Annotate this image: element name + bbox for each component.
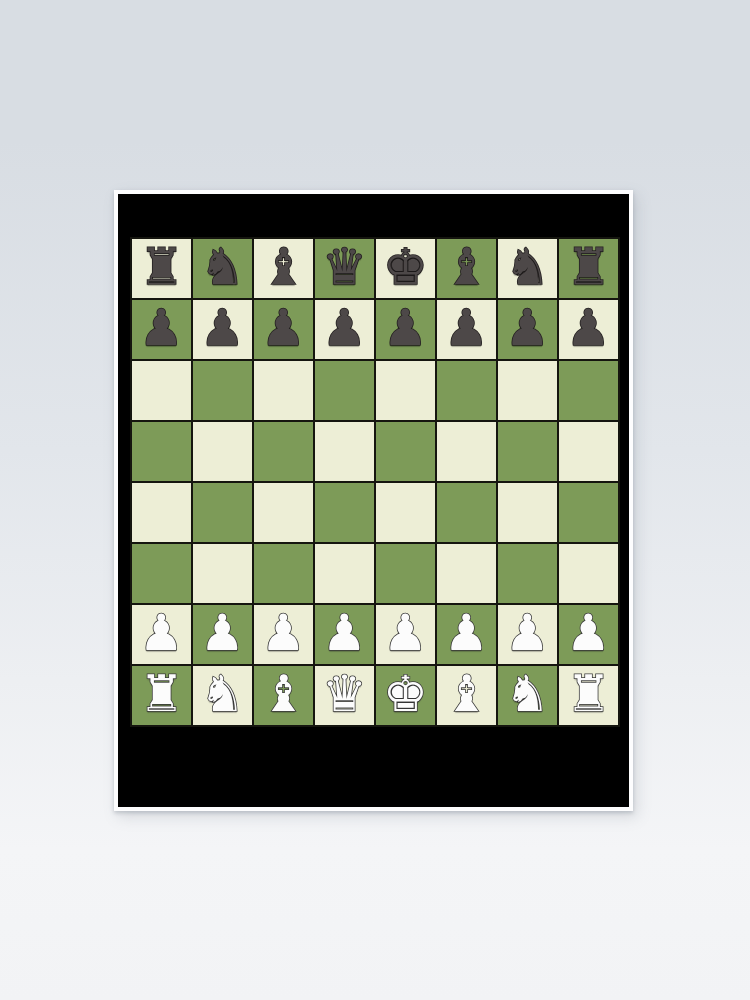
piece-white-king: ♚ [383,669,428,719]
square-h4 [559,483,618,542]
piece-white-queen: ♛ [322,669,367,719]
chess-board: ♜♞♝♛♚♝♞♜♟♟♟♟♟♟♟♟♟♟♟♟♟♟♟♟♜♞♝♛♚♝♞♜ [130,237,620,727]
piece-black-bishop: ♝ [444,242,489,292]
square-b5 [193,422,252,481]
piece-black-pawn: ♟ [261,303,306,353]
square-f5 [437,422,496,481]
square-a2: ♟ [132,605,191,664]
square-d2: ♟ [315,605,374,664]
square-g1: ♞ [498,666,557,725]
piece-white-pawn: ♟ [566,608,611,658]
square-h3 [559,544,618,603]
square-g3 [498,544,557,603]
square-h5 [559,422,618,481]
square-c2: ♟ [254,605,313,664]
square-e2: ♟ [376,605,435,664]
square-e5 [376,422,435,481]
square-d3 [315,544,374,603]
square-e3 [376,544,435,603]
square-d1: ♛ [315,666,374,725]
piece-black-pawn: ♟ [566,303,611,353]
piece-white-pawn: ♟ [322,608,367,658]
square-g6 [498,361,557,420]
square-b1: ♞ [193,666,252,725]
piece-black-knight: ♞ [505,242,550,292]
square-f7: ♟ [437,300,496,359]
piece-black-rook: ♜ [139,242,184,292]
square-c5 [254,422,313,481]
piece-black-pawn: ♟ [200,303,245,353]
piece-black-pawn: ♟ [505,303,550,353]
square-f3 [437,544,496,603]
square-g8: ♞ [498,239,557,298]
square-h1: ♜ [559,666,618,725]
piece-black-pawn: ♟ [383,303,428,353]
square-c8: ♝ [254,239,313,298]
square-c4 [254,483,313,542]
chess-poster: ♜♞♝♛♚♝♞♜♟♟♟♟♟♟♟♟♟♟♟♟♟♟♟♟♜♞♝♛♚♝♞♜ [114,190,633,811]
square-e1: ♚ [376,666,435,725]
square-b7: ♟ [193,300,252,359]
square-a7: ♟ [132,300,191,359]
square-a3 [132,544,191,603]
square-b3 [193,544,252,603]
piece-white-rook: ♜ [566,669,611,719]
square-b2: ♟ [193,605,252,664]
square-c3 [254,544,313,603]
piece-white-knight: ♞ [505,669,550,719]
square-g4 [498,483,557,542]
square-f1: ♝ [437,666,496,725]
square-f2: ♟ [437,605,496,664]
square-g7: ♟ [498,300,557,359]
piece-white-bishop: ♝ [444,669,489,719]
wall-background: ♜♞♝♛♚♝♞♜♟♟♟♟♟♟♟♟♟♟♟♟♟♟♟♟♜♞♝♛♚♝♞♜ [0,0,750,1000]
square-f8: ♝ [437,239,496,298]
piece-white-pawn: ♟ [444,608,489,658]
square-h7: ♟ [559,300,618,359]
piece-white-pawn: ♟ [139,608,184,658]
square-e8: ♚ [376,239,435,298]
square-f4 [437,483,496,542]
square-a5 [132,422,191,481]
square-f6 [437,361,496,420]
piece-white-rook: ♜ [139,669,184,719]
piece-black-knight: ♞ [200,242,245,292]
piece-white-pawn: ♟ [383,608,428,658]
square-g5 [498,422,557,481]
square-h6 [559,361,618,420]
square-b4 [193,483,252,542]
square-h8: ♜ [559,239,618,298]
square-e6 [376,361,435,420]
square-c7: ♟ [254,300,313,359]
piece-black-pawn: ♟ [139,303,184,353]
piece-white-pawn: ♟ [200,608,245,658]
square-a6 [132,361,191,420]
square-b6 [193,361,252,420]
square-a1: ♜ [132,666,191,725]
piece-white-knight: ♞ [200,669,245,719]
square-h2: ♟ [559,605,618,664]
square-c1: ♝ [254,666,313,725]
square-d8: ♛ [315,239,374,298]
square-d6 [315,361,374,420]
square-c6 [254,361,313,420]
square-e4 [376,483,435,542]
square-d4 [315,483,374,542]
piece-black-pawn: ♟ [444,303,489,353]
piece-black-queen: ♛ [322,242,367,292]
square-e7: ♟ [376,300,435,359]
piece-white-pawn: ♟ [261,608,306,658]
square-d5 [315,422,374,481]
poster-print-area: ♜♞♝♛♚♝♞♜♟♟♟♟♟♟♟♟♟♟♟♟♟♟♟♟♜♞♝♛♚♝♞♜ [118,194,629,807]
piece-white-bishop: ♝ [261,669,306,719]
square-d7: ♟ [315,300,374,359]
square-a8: ♜ [132,239,191,298]
piece-black-bishop: ♝ [261,242,306,292]
piece-black-pawn: ♟ [322,303,367,353]
piece-black-king: ♚ [383,242,428,292]
square-a4 [132,483,191,542]
piece-white-pawn: ♟ [505,608,550,658]
piece-black-rook: ♜ [566,242,611,292]
square-b8: ♞ [193,239,252,298]
square-g2: ♟ [498,605,557,664]
